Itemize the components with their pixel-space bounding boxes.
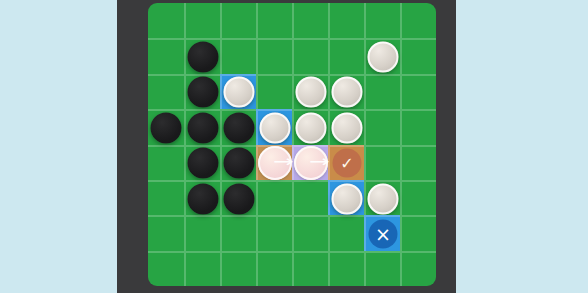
- white-disc: [296, 77, 327, 108]
- board-cell[interactable]: [220, 3, 256, 38]
- board-cell[interactable]: [364, 180, 400, 215]
- board-cell[interactable]: [256, 215, 292, 250]
- board-cell[interactable]: [148, 74, 184, 109]
- black-disc: [188, 112, 219, 143]
- black-disc: [188, 183, 219, 214]
- board-cell[interactable]: [184, 74, 220, 109]
- board-cell[interactable]: [292, 251, 328, 286]
- board-cell[interactable]: [148, 3, 184, 38]
- board-cell[interactable]: [328, 74, 364, 109]
- board-cell[interactable]: ✓: [328, 145, 364, 180]
- close-icon: ×: [375, 224, 391, 243]
- board-cell[interactable]: [292, 74, 328, 109]
- board-cell[interactable]: [292, 3, 328, 38]
- black-disc: [151, 112, 182, 143]
- board-cell[interactable]: [148, 109, 184, 144]
- white-disc: [368, 42, 399, 73]
- board-cell[interactable]: [364, 38, 400, 73]
- white-disc: [260, 112, 291, 143]
- board-cell[interactable]: [184, 145, 220, 180]
- board-cell[interactable]: [220, 145, 256, 180]
- board-cell[interactable]: [256, 3, 292, 38]
- board-cell[interactable]: [400, 215, 436, 250]
- black-disc: [188, 77, 219, 108]
- board-cell[interactable]: [220, 215, 256, 250]
- board-cell[interactable]: [400, 38, 436, 73]
- board-cell[interactable]: [148, 38, 184, 73]
- board-cell[interactable]: [292, 109, 328, 144]
- board-cell[interactable]: [364, 3, 400, 38]
- flipping-white-disc: [294, 146, 328, 180]
- black-disc: [224, 148, 255, 179]
- board-cell[interactable]: [292, 215, 328, 250]
- board-cell[interactable]: [148, 145, 184, 180]
- board-cell[interactable]: [256, 38, 292, 73]
- board-cell[interactable]: [328, 38, 364, 73]
- black-disc: [188, 148, 219, 179]
- black-disc: [188, 42, 219, 73]
- board-cell[interactable]: [400, 109, 436, 144]
- board-cell[interactable]: ×: [364, 215, 400, 250]
- board-cell[interactable]: [328, 3, 364, 38]
- white-disc: [224, 77, 255, 108]
- board-cell[interactable]: [220, 38, 256, 73]
- board-cell[interactable]: [400, 145, 436, 180]
- board-cell[interactable]: [256, 74, 292, 109]
- board-cell[interactable]: [184, 109, 220, 144]
- board-cell[interactable]: →: [256, 145, 292, 180]
- board-cell[interactable]: [256, 251, 292, 286]
- board-cell[interactable]: [328, 251, 364, 286]
- board-cell[interactable]: [328, 109, 364, 144]
- board-cell[interactable]: [148, 251, 184, 286]
- board-cell[interactable]: [292, 180, 328, 215]
- board-cell[interactable]: [364, 145, 400, 180]
- board-cell[interactable]: [292, 38, 328, 73]
- white-disc: [332, 112, 363, 143]
- board-cell[interactable]: [400, 74, 436, 109]
- board-cell[interactable]: [220, 180, 256, 215]
- board-cell[interactable]: [184, 215, 220, 250]
- board-cell[interactable]: [364, 74, 400, 109]
- board-cell[interactable]: [220, 109, 256, 144]
- screen: →→✓×: [0, 0, 588, 293]
- white-disc: [368, 183, 399, 214]
- board-cell[interactable]: [328, 180, 364, 215]
- board-cell[interactable]: [184, 251, 220, 286]
- board-cell[interactable]: [256, 180, 292, 215]
- board-cell[interactable]: [364, 109, 400, 144]
- board-cell[interactable]: [220, 74, 256, 109]
- board-cell[interactable]: [328, 215, 364, 250]
- board-cell[interactable]: [256, 109, 292, 144]
- black-disc: [224, 112, 255, 143]
- board-cell[interactable]: [400, 251, 436, 286]
- confirm-move-button[interactable]: ✓: [333, 149, 362, 178]
- flipping-white-disc: [258, 146, 292, 180]
- board-cell[interactable]: [364, 251, 400, 286]
- board-cell[interactable]: [184, 3, 220, 38]
- game-board: →→✓×: [148, 3, 436, 286]
- white-disc: [332, 77, 363, 108]
- board-cell[interactable]: →: [292, 145, 328, 180]
- board-cell[interactable]: [148, 215, 184, 250]
- white-disc: [332, 183, 363, 214]
- board-cell[interactable]: [400, 180, 436, 215]
- cancel-move-button[interactable]: ×: [369, 219, 398, 248]
- white-disc: [296, 112, 327, 143]
- board-cell[interactable]: [184, 180, 220, 215]
- board-cell[interactable]: [220, 251, 256, 286]
- board-cell[interactable]: [184, 38, 220, 73]
- black-disc: [224, 183, 255, 214]
- board-cell[interactable]: [148, 180, 184, 215]
- board-cell[interactable]: [400, 3, 436, 38]
- check-icon: ✓: [340, 155, 353, 171]
